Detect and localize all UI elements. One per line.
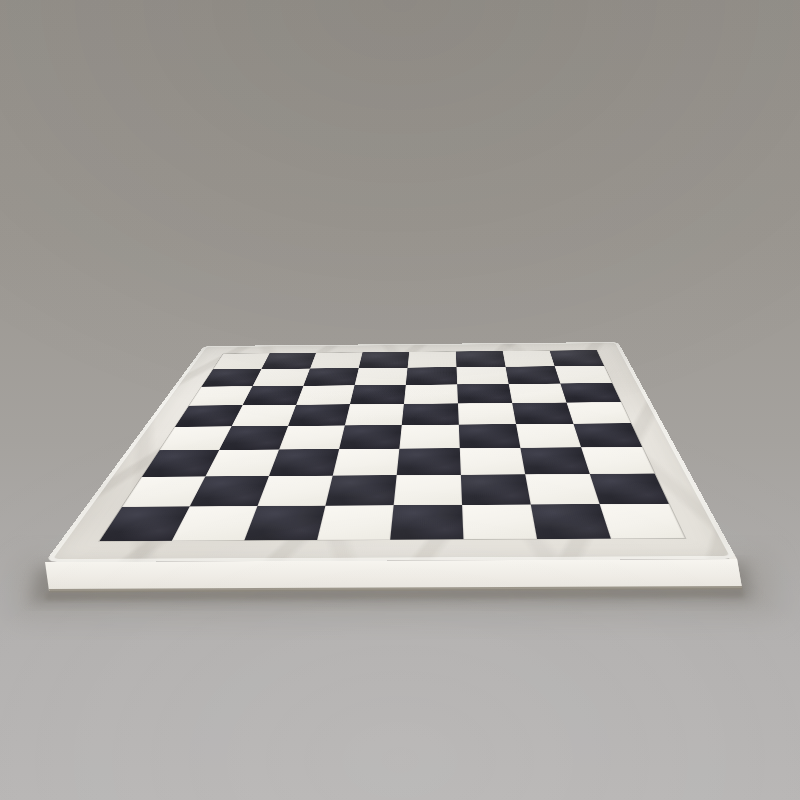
square-d5	[345, 404, 404, 426]
square-b7	[252, 369, 310, 387]
square-h5	[567, 402, 631, 424]
square-h1	[600, 504, 685, 539]
square-c4	[279, 425, 345, 449]
square-d1	[317, 505, 394, 540]
square-f4	[459, 424, 521, 448]
square-b4	[219, 426, 288, 450]
square-c2	[257, 476, 332, 506]
square-g2	[525, 474, 599, 505]
square-h7	[555, 366, 612, 384]
square-f8	[456, 351, 506, 367]
square-h3	[581, 447, 654, 474]
square-e1	[390, 505, 463, 540]
square-g6	[509, 384, 567, 403]
square-e8	[408, 352, 457, 368]
square-e7	[406, 367, 457, 385]
square-b3	[205, 449, 279, 476]
square-g7	[506, 366, 561, 384]
square-c3	[269, 449, 339, 476]
board-front-face	[45, 559, 742, 591]
square-d8	[359, 352, 409, 368]
square-g1	[531, 504, 611, 539]
square-b6	[243, 386, 304, 405]
square-c6	[296, 385, 354, 404]
square-e4	[399, 425, 459, 449]
square-h6	[560, 383, 621, 402]
square-h4	[573, 423, 642, 447]
square-b5	[232, 405, 297, 427]
square-e5	[402, 403, 459, 425]
square-d4	[339, 425, 402, 449]
square-f1	[462, 504, 537, 539]
square-e2	[394, 475, 462, 505]
square-d6	[350, 385, 406, 404]
square-f5	[458, 403, 516, 425]
square-h8	[550, 350, 604, 366]
square-b8	[261, 353, 316, 369]
square-g5	[512, 403, 573, 425]
square-e3	[397, 448, 461, 475]
square-d3	[333, 449, 400, 476]
square-c7	[303, 368, 358, 386]
square-c1	[244, 506, 325, 541]
square-f7	[456, 367, 508, 385]
square-f2	[461, 474, 531, 505]
square-d7	[355, 368, 408, 386]
board-grid	[100, 350, 685, 541]
square-g3	[520, 447, 589, 474]
product-photo-backdrop	[0, 0, 800, 800]
square-g4	[516, 424, 581, 448]
square-h2	[590, 474, 669, 505]
square-c8	[310, 352, 362, 368]
square-g8	[503, 351, 555, 367]
square-d2	[325, 475, 396, 505]
square-e6	[404, 384, 458, 403]
square-c5	[288, 404, 350, 426]
square-f3	[460, 448, 525, 475]
square-f6	[457, 384, 512, 403]
